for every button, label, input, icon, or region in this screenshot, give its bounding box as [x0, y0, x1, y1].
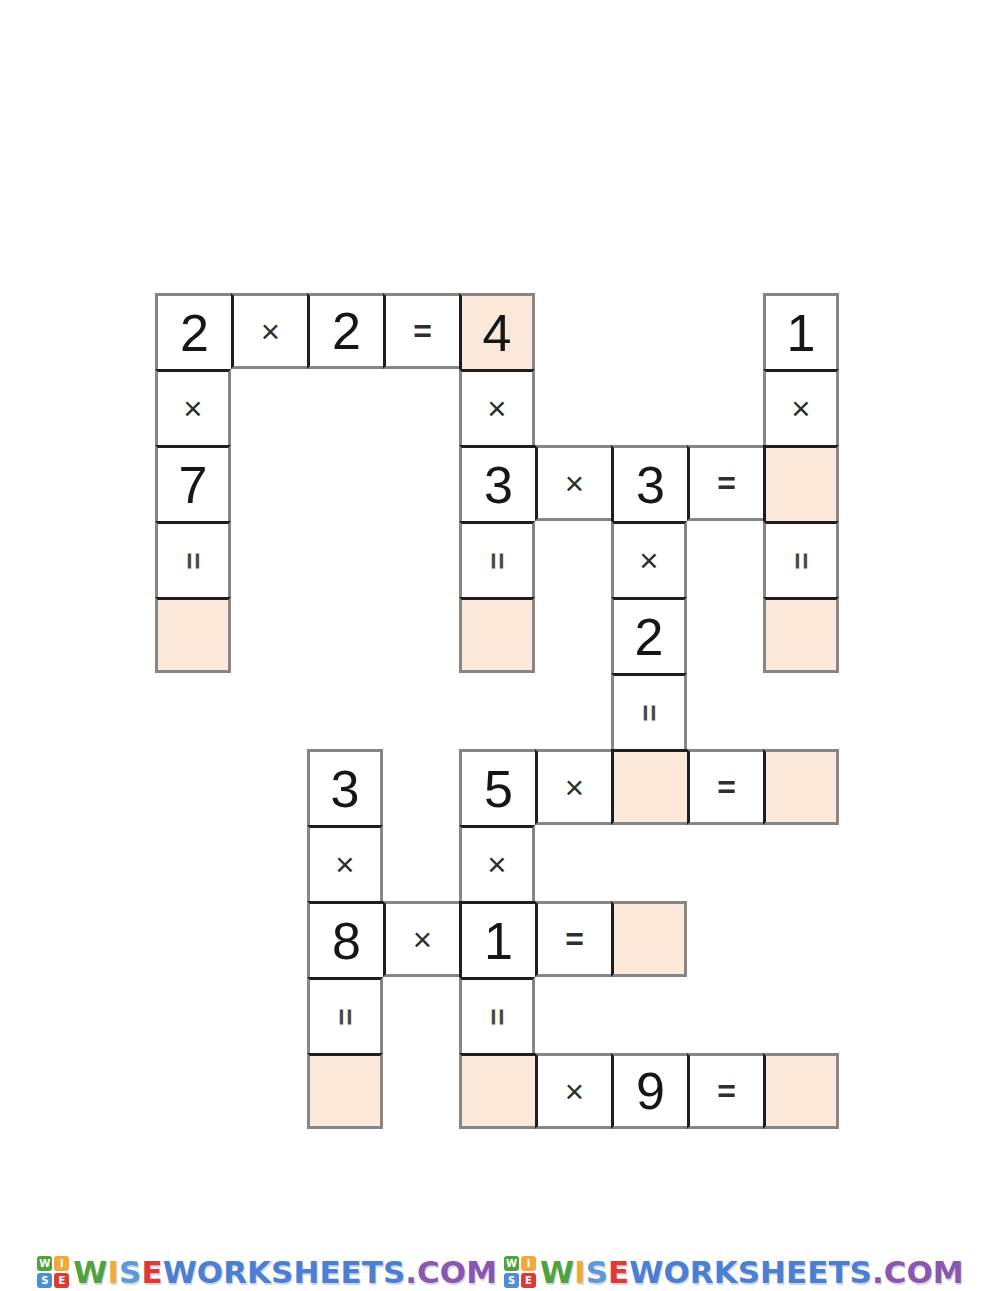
- watermark-letter: T: [828, 1254, 849, 1290]
- watermark-letter: S: [586, 1254, 608, 1290]
- watermark-letter: O: [906, 1254, 932, 1290]
- cell-r4c9: =: [763, 521, 839, 597]
- given-number: 5: [484, 763, 513, 815]
- cell-r8c5: ×: [459, 825, 535, 901]
- logo-tile-s: S: [504, 1273, 519, 1288]
- equals-sign: =: [717, 467, 736, 499]
- watermark-letter: C: [884, 1254, 907, 1290]
- given-number: 9: [636, 1065, 665, 1117]
- multiply-sign: ×: [261, 315, 280, 348]
- logo-tile-s: S: [37, 1273, 52, 1288]
- watermark-letter: E: [319, 1254, 340, 1290]
- watermark-letter: C: [417, 1254, 440, 1290]
- multiply-sign: ×: [335, 848, 354, 881]
- cell-r4c5: =: [459, 521, 535, 597]
- multiply-sign: ×: [565, 1075, 584, 1108]
- cell-r7c9-answer-box[interactable]: [763, 749, 839, 825]
- cell-r5c1-answer-box[interactable]: [155, 597, 231, 673]
- cell-r1c9: 1: [763, 293, 839, 369]
- cell-r3c9-answer-box[interactable]: [763, 445, 839, 521]
- cell-r10c3: =: [307, 977, 383, 1053]
- watermark-letter: E: [807, 1254, 828, 1290]
- multiply-sign: ×: [487, 392, 506, 425]
- multiply-sign: ×: [565, 467, 584, 500]
- cell-r3c8: =: [687, 445, 763, 521]
- watermark-letter: E: [141, 1254, 162, 1290]
- cell-r1c5: 4: [459, 293, 535, 369]
- given-number: 1: [787, 307, 816, 359]
- watermark-copy: WISEWISEWORKSHEETS.COM: [36, 1254, 497, 1290]
- wiseworksheets-logo-icon: WISE: [503, 1255, 537, 1289]
- given-number: 2: [332, 305, 361, 357]
- cell-r7c3: 3: [307, 749, 383, 825]
- cell-r10c5: =: [459, 977, 535, 1053]
- watermark-letter: O: [440, 1254, 466, 1290]
- multiply-sign: ×: [183, 392, 202, 425]
- watermark-letter: W: [629, 1254, 663, 1290]
- watermark-letter: H: [293, 1254, 319, 1290]
- given-number: 2: [635, 611, 664, 663]
- given-number: 1: [484, 915, 513, 967]
- cell-r7c7-answer-box[interactable]: [611, 749, 687, 825]
- logo-tile-i: I: [521, 1256, 536, 1271]
- logo-tile-w: W: [37, 1256, 52, 1271]
- cell-r9c7-answer-box[interactable]: [611, 901, 687, 977]
- cell-r2c1: ×: [155, 369, 231, 445]
- watermark-letter: H: [760, 1254, 786, 1290]
- given-number: 4: [483, 307, 512, 359]
- equals-sign: =: [330, 1008, 360, 1026]
- watermark-letter: S: [738, 1254, 760, 1290]
- cell-r7c6: ×: [535, 749, 611, 825]
- puzzle-grid: 2×2=41×××73×3===×=2=35×=××8×1===×9=: [155, 293, 839, 1129]
- equals-sign: =: [482, 552, 512, 570]
- multiply-sign: ×: [639, 544, 658, 577]
- equals-sign: =: [565, 923, 584, 955]
- cell-r1c4: =: [383, 293, 459, 369]
- given-number: 8: [332, 915, 361, 967]
- cell-r2c9: ×: [763, 369, 839, 445]
- equals-sign: =: [178, 552, 208, 570]
- watermark-letter: W: [540, 1254, 574, 1290]
- cell-r7c8: =: [687, 749, 763, 825]
- watermark-letter: R: [223, 1254, 247, 1290]
- watermark-copy: WISEWISEWORKSHEETS.COM: [503, 1254, 964, 1290]
- given-number: 3: [331, 763, 360, 815]
- watermark-letter: E: [786, 1254, 807, 1290]
- multiply-sign: ×: [487, 848, 506, 881]
- cell-r4c7: ×: [611, 521, 687, 597]
- watermark-letter: T: [362, 1254, 383, 1290]
- given-number: 7: [179, 459, 208, 511]
- watermark-letter: M: [466, 1254, 497, 1290]
- wiseworksheets-logo-icon: WISE: [36, 1255, 70, 1289]
- equals-sign: =: [482, 1008, 512, 1026]
- cell-r9c5: 1: [459, 901, 535, 977]
- cell-r3c5: 3: [459, 445, 535, 521]
- cell-r1c1: 2: [155, 293, 231, 369]
- cell-r6c7: =: [611, 673, 687, 749]
- given-number: 3: [636, 459, 665, 511]
- watermark-letter: K: [714, 1254, 738, 1290]
- multiply-sign: ×: [791, 392, 810, 425]
- logo-tile-i: I: [54, 1256, 69, 1271]
- watermark-letter: W: [163, 1254, 197, 1290]
- logo-tile-e: E: [521, 1273, 536, 1288]
- watermark-letter: S: [850, 1254, 872, 1290]
- watermark-letter: .: [405, 1254, 417, 1290]
- watermark-letter: O: [197, 1254, 223, 1290]
- watermark: WISEWISEWORKSHEETS.COMWISEWISEWORKSHEETS…: [0, 1254, 1000, 1290]
- given-number: 2: [180, 307, 209, 359]
- cell-r7c5: 5: [459, 749, 535, 825]
- watermark-letter: M: [933, 1254, 964, 1290]
- watermark-text: WISEWORKSHEETS.COM: [540, 1254, 964, 1290]
- cell-r11c9-answer-box[interactable]: [763, 1053, 839, 1129]
- cell-r1c3: 2: [307, 293, 383, 369]
- cell-r5c7: 2: [611, 597, 687, 673]
- watermark-letter: .: [872, 1254, 884, 1290]
- cell-r8c3: ×: [307, 825, 383, 901]
- multiply-sign: ×: [413, 923, 432, 956]
- cell-r1c2: ×: [231, 293, 307, 369]
- watermark-letter: O: [663, 1254, 689, 1290]
- cell-r11c5-answer-box[interactable]: [459, 1053, 535, 1129]
- cell-r11c6: ×: [535, 1053, 611, 1129]
- cell-r5c5-answer-box[interactable]: [459, 597, 535, 673]
- equals-sign: =: [786, 552, 816, 570]
- cell-r9c6: =: [535, 901, 611, 977]
- equals-sign: =: [413, 315, 432, 347]
- logo-tile-w: W: [504, 1256, 519, 1271]
- cell-r3c7: 3: [611, 445, 687, 521]
- watermark-letter: S: [271, 1254, 293, 1290]
- watermark-letter: W: [73, 1254, 107, 1290]
- watermark-letter: R: [690, 1254, 714, 1290]
- cell-r9c3: 8: [307, 901, 383, 977]
- equals-sign: =: [717, 771, 736, 803]
- watermark-letter: K: [247, 1254, 271, 1290]
- watermark-text: WISEWORKSHEETS.COM: [73, 1254, 497, 1290]
- cell-r3c6: ×: [535, 445, 611, 521]
- given-number: 3: [484, 459, 513, 511]
- multiply-sign: ×: [565, 771, 584, 804]
- cell-r11c3-answer-box[interactable]: [307, 1053, 383, 1129]
- cell-r3c1: 7: [155, 445, 231, 521]
- cell-r5c9-answer-box[interactable]: [763, 597, 839, 673]
- cell-r2c5: ×: [459, 369, 535, 445]
- cell-r4c1: =: [155, 521, 231, 597]
- equals-sign: =: [717, 1075, 736, 1107]
- watermark-letter: E: [608, 1254, 629, 1290]
- worksheet-page: 2×2=41×××73×3===×=2=35×=××8×1===×9= WISE…: [0, 0, 1000, 1291]
- cell-r9c4: ×: [383, 901, 459, 977]
- logo-tile-e: E: [54, 1273, 69, 1288]
- watermark-letter: E: [341, 1254, 362, 1290]
- watermark-letter: I: [574, 1254, 586, 1290]
- watermark-letter: S: [383, 1254, 405, 1290]
- cell-r11c7: 9: [611, 1053, 687, 1129]
- cell-r11c8: =: [687, 1053, 763, 1129]
- watermark-letter: S: [119, 1254, 141, 1290]
- watermark-letter: I: [108, 1254, 120, 1290]
- equals-sign: =: [634, 704, 664, 722]
